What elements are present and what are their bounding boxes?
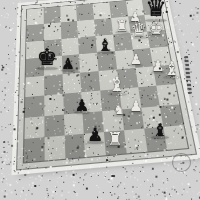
piece-layer: ♛♟♜♛♚♝♚♟♟♟♝♝♟♞♟♟♜♝ xyxy=(0,0,200,200)
white-rook-icon: ♜ xyxy=(104,129,127,148)
white-pawn-icon: ♟ xyxy=(127,52,145,67)
piece-black-pawn-c5[interactable]: ♟ xyxy=(59,56,78,72)
piece-white-pawn-f5[interactable]: ♟ xyxy=(127,52,145,67)
piece-black-pawn-d3[interactable]: ♟ xyxy=(72,97,92,114)
black-king-icon: ♚ xyxy=(33,45,62,70)
piece-black-king-b5[interactable]: ♚ xyxy=(33,45,62,70)
piece-white-rook-e2[interactable]: ♜ xyxy=(104,129,127,148)
black-bishop-icon: ♝ xyxy=(149,120,172,139)
piece-white-pawn-f3[interactable]: ♟ xyxy=(127,98,146,114)
white-pawn-icon: ♟ xyxy=(127,98,146,114)
black-bishop-icon: ♝ xyxy=(94,36,115,54)
piece-white-knight-e3[interactable]: ♞ xyxy=(111,103,127,117)
white-king-icon: ♚ xyxy=(145,19,166,37)
piece-white-king-h7[interactable]: ♚ xyxy=(145,19,166,37)
chessboard-photo: ⚜ ♛♟♜♛♚♝♚♟♟♟♝♝♟♞♟♟♜♝ xyxy=(0,0,200,200)
black-pawn-icon: ♟ xyxy=(72,97,92,114)
piece-black-bishop-g2[interactable]: ♝ xyxy=(149,120,172,139)
white-bishop-icon: ♝ xyxy=(105,74,130,96)
piece-white-bishop-e4[interactable]: ♝ xyxy=(105,74,130,96)
piece-white-bishop-h5[interactable]: ♝ xyxy=(160,58,184,79)
white-knight-icon: ♞ xyxy=(111,103,127,117)
piece-black-bishop-e6[interactable]: ♝ xyxy=(94,36,115,54)
white-bishop-icon: ♝ xyxy=(160,58,184,79)
black-pawn-icon: ♟ xyxy=(59,56,78,72)
